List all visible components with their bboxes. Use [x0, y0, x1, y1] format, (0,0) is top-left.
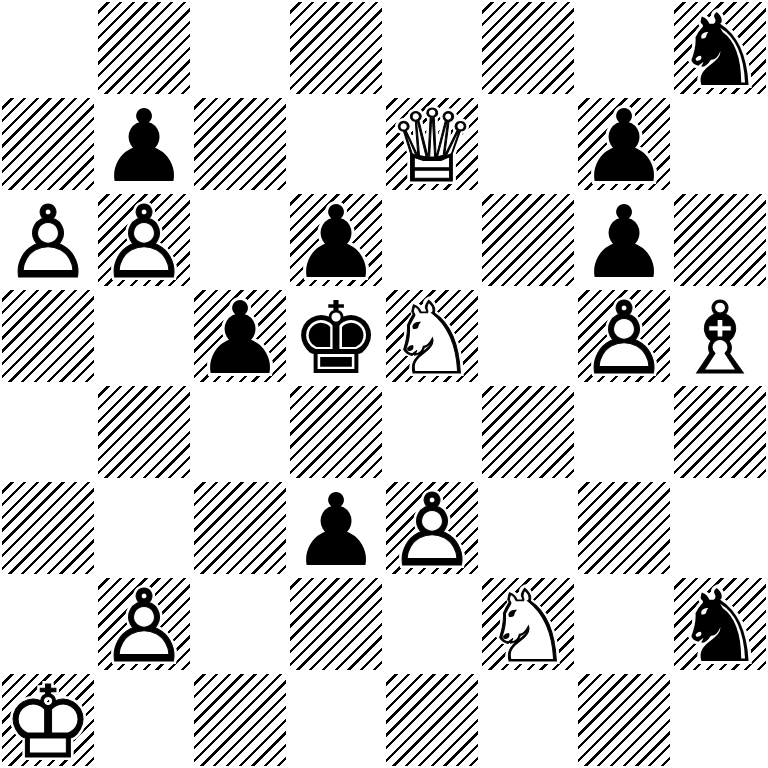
- piece-black-knight: ♞♞: [672, 0, 768, 96]
- piece-black-pawn: ♟♟: [288, 480, 384, 576]
- piece-glyph: ♟: [288, 195, 384, 291]
- square-f5[interactable]: [480, 288, 576, 384]
- square-a8[interactable]: [0, 0, 96, 96]
- square-e4[interactable]: [384, 384, 480, 480]
- square-h3[interactable]: [672, 480, 768, 576]
- square-d6[interactable]: ♟♟: [288, 192, 384, 288]
- chess-board: ♞♞♟♟♛♕♟♟♟♙♟♙♟♟♟♟♟♟♚♚♞♘♟♙♝♗♟♟♟♙♟♙♞♘♞♞♚♔: [0, 0, 768, 768]
- piece-glyph: ♘: [384, 291, 480, 387]
- square-d5[interactable]: ♚♚: [288, 288, 384, 384]
- square-f4[interactable]: [480, 384, 576, 480]
- square-c4[interactable]: [192, 384, 288, 480]
- piece-glyph: ♚: [288, 291, 384, 387]
- square-g2[interactable]: [576, 576, 672, 672]
- square-c3[interactable]: [192, 480, 288, 576]
- square-g7[interactable]: ♟♟: [576, 96, 672, 192]
- square-c2[interactable]: [192, 576, 288, 672]
- square-h5[interactable]: ♝♗: [672, 288, 768, 384]
- square-g6[interactable]: ♟♟: [576, 192, 672, 288]
- square-d3[interactable]: ♟♟: [288, 480, 384, 576]
- square-b8[interactable]: [96, 0, 192, 96]
- square-d4[interactable]: [288, 384, 384, 480]
- piece-white-pawn: ♟♙: [384, 480, 480, 576]
- piece-white-king: ♚♔: [0, 672, 96, 768]
- square-d8[interactable]: [288, 0, 384, 96]
- square-b7[interactable]: ♟♟: [96, 96, 192, 192]
- piece-glyph: ♙: [0, 195, 96, 291]
- square-g5[interactable]: ♟♙: [576, 288, 672, 384]
- square-f7[interactable]: [480, 96, 576, 192]
- piece-black-pawn: ♟♟: [288, 192, 384, 288]
- piece-white-bishop: ♝♗: [672, 288, 768, 384]
- square-f2[interactable]: ♞♘: [480, 576, 576, 672]
- piece-glyph: ♟: [288, 483, 384, 579]
- square-a1[interactable]: ♚♔: [0, 672, 96, 768]
- square-c5[interactable]: ♟♟: [192, 288, 288, 384]
- piece-black-pawn: ♟♟: [192, 288, 288, 384]
- square-a5[interactable]: [0, 288, 96, 384]
- square-b3[interactable]: [96, 480, 192, 576]
- square-a3[interactable]: [0, 480, 96, 576]
- square-b5[interactable]: [96, 288, 192, 384]
- square-d7[interactable]: [288, 96, 384, 192]
- square-f3[interactable]: [480, 480, 576, 576]
- square-e7[interactable]: ♛♕: [384, 96, 480, 192]
- square-b4[interactable]: [96, 384, 192, 480]
- piece-white-pawn: ♟♙: [0, 192, 96, 288]
- piece-white-queen: ♛♕: [384, 96, 480, 192]
- piece-glyph: ♕: [384, 99, 480, 195]
- square-h8[interactable]: ♞♞: [672, 0, 768, 96]
- square-c8[interactable]: [192, 0, 288, 96]
- piece-white-knight: ♞♘: [384, 288, 480, 384]
- piece-white-pawn: ♟♙: [96, 576, 192, 672]
- square-h4[interactable]: [672, 384, 768, 480]
- square-g1[interactable]: [576, 672, 672, 768]
- piece-glyph: ♞: [672, 3, 768, 99]
- square-d1[interactable]: [288, 672, 384, 768]
- square-b2[interactable]: ♟♙: [96, 576, 192, 672]
- piece-glyph: ♙: [576, 291, 672, 387]
- square-g3[interactable]: [576, 480, 672, 576]
- square-a4[interactable]: [0, 384, 96, 480]
- square-h6[interactable]: [672, 192, 768, 288]
- square-a6[interactable]: ♟♙: [0, 192, 96, 288]
- square-h1[interactable]: [672, 672, 768, 768]
- square-e3[interactable]: ♟♙: [384, 480, 480, 576]
- square-h2[interactable]: ♞♞: [672, 576, 768, 672]
- square-d2[interactable]: [288, 576, 384, 672]
- square-g4[interactable]: [576, 384, 672, 480]
- piece-white-pawn: ♟♙: [96, 192, 192, 288]
- piece-glyph: ♟: [576, 195, 672, 291]
- piece-glyph: ♙: [96, 579, 192, 675]
- piece-glyph: ♟: [96, 99, 192, 195]
- piece-black-knight: ♞♞: [672, 576, 768, 672]
- piece-black-pawn: ♟♟: [576, 96, 672, 192]
- piece-glyph: ♟: [576, 99, 672, 195]
- piece-white-knight: ♞♘: [480, 576, 576, 672]
- piece-glyph: ♙: [96, 195, 192, 291]
- piece-glyph: ♟: [192, 291, 288, 387]
- square-f1[interactable]: [480, 672, 576, 768]
- square-c7[interactable]: [192, 96, 288, 192]
- square-h7[interactable]: [672, 96, 768, 192]
- square-f8[interactable]: [480, 0, 576, 96]
- square-e1[interactable]: [384, 672, 480, 768]
- piece-glyph: ♘: [480, 579, 576, 675]
- square-e2[interactable]: [384, 576, 480, 672]
- piece-black-pawn: ♟♟: [96, 96, 192, 192]
- piece-black-pawn: ♟♟: [576, 192, 672, 288]
- piece-black-king: ♚♚: [288, 288, 384, 384]
- square-a2[interactable]: [0, 576, 96, 672]
- square-b1[interactable]: [96, 672, 192, 768]
- square-c6[interactable]: [192, 192, 288, 288]
- piece-glyph: ♔: [0, 675, 96, 768]
- square-b6[interactable]: ♟♙: [96, 192, 192, 288]
- square-e6[interactable]: [384, 192, 480, 288]
- square-f6[interactable]: [480, 192, 576, 288]
- square-c1[interactable]: [192, 672, 288, 768]
- piece-glyph: ♞: [672, 579, 768, 675]
- square-e5[interactable]: ♞♘: [384, 288, 480, 384]
- square-a7[interactable]: [0, 96, 96, 192]
- piece-white-pawn: ♟♙: [576, 288, 672, 384]
- square-e8[interactable]: [384, 0, 480, 96]
- piece-glyph: ♗: [672, 291, 768, 387]
- piece-glyph: ♙: [384, 483, 480, 579]
- square-g8[interactable]: [576, 0, 672, 96]
